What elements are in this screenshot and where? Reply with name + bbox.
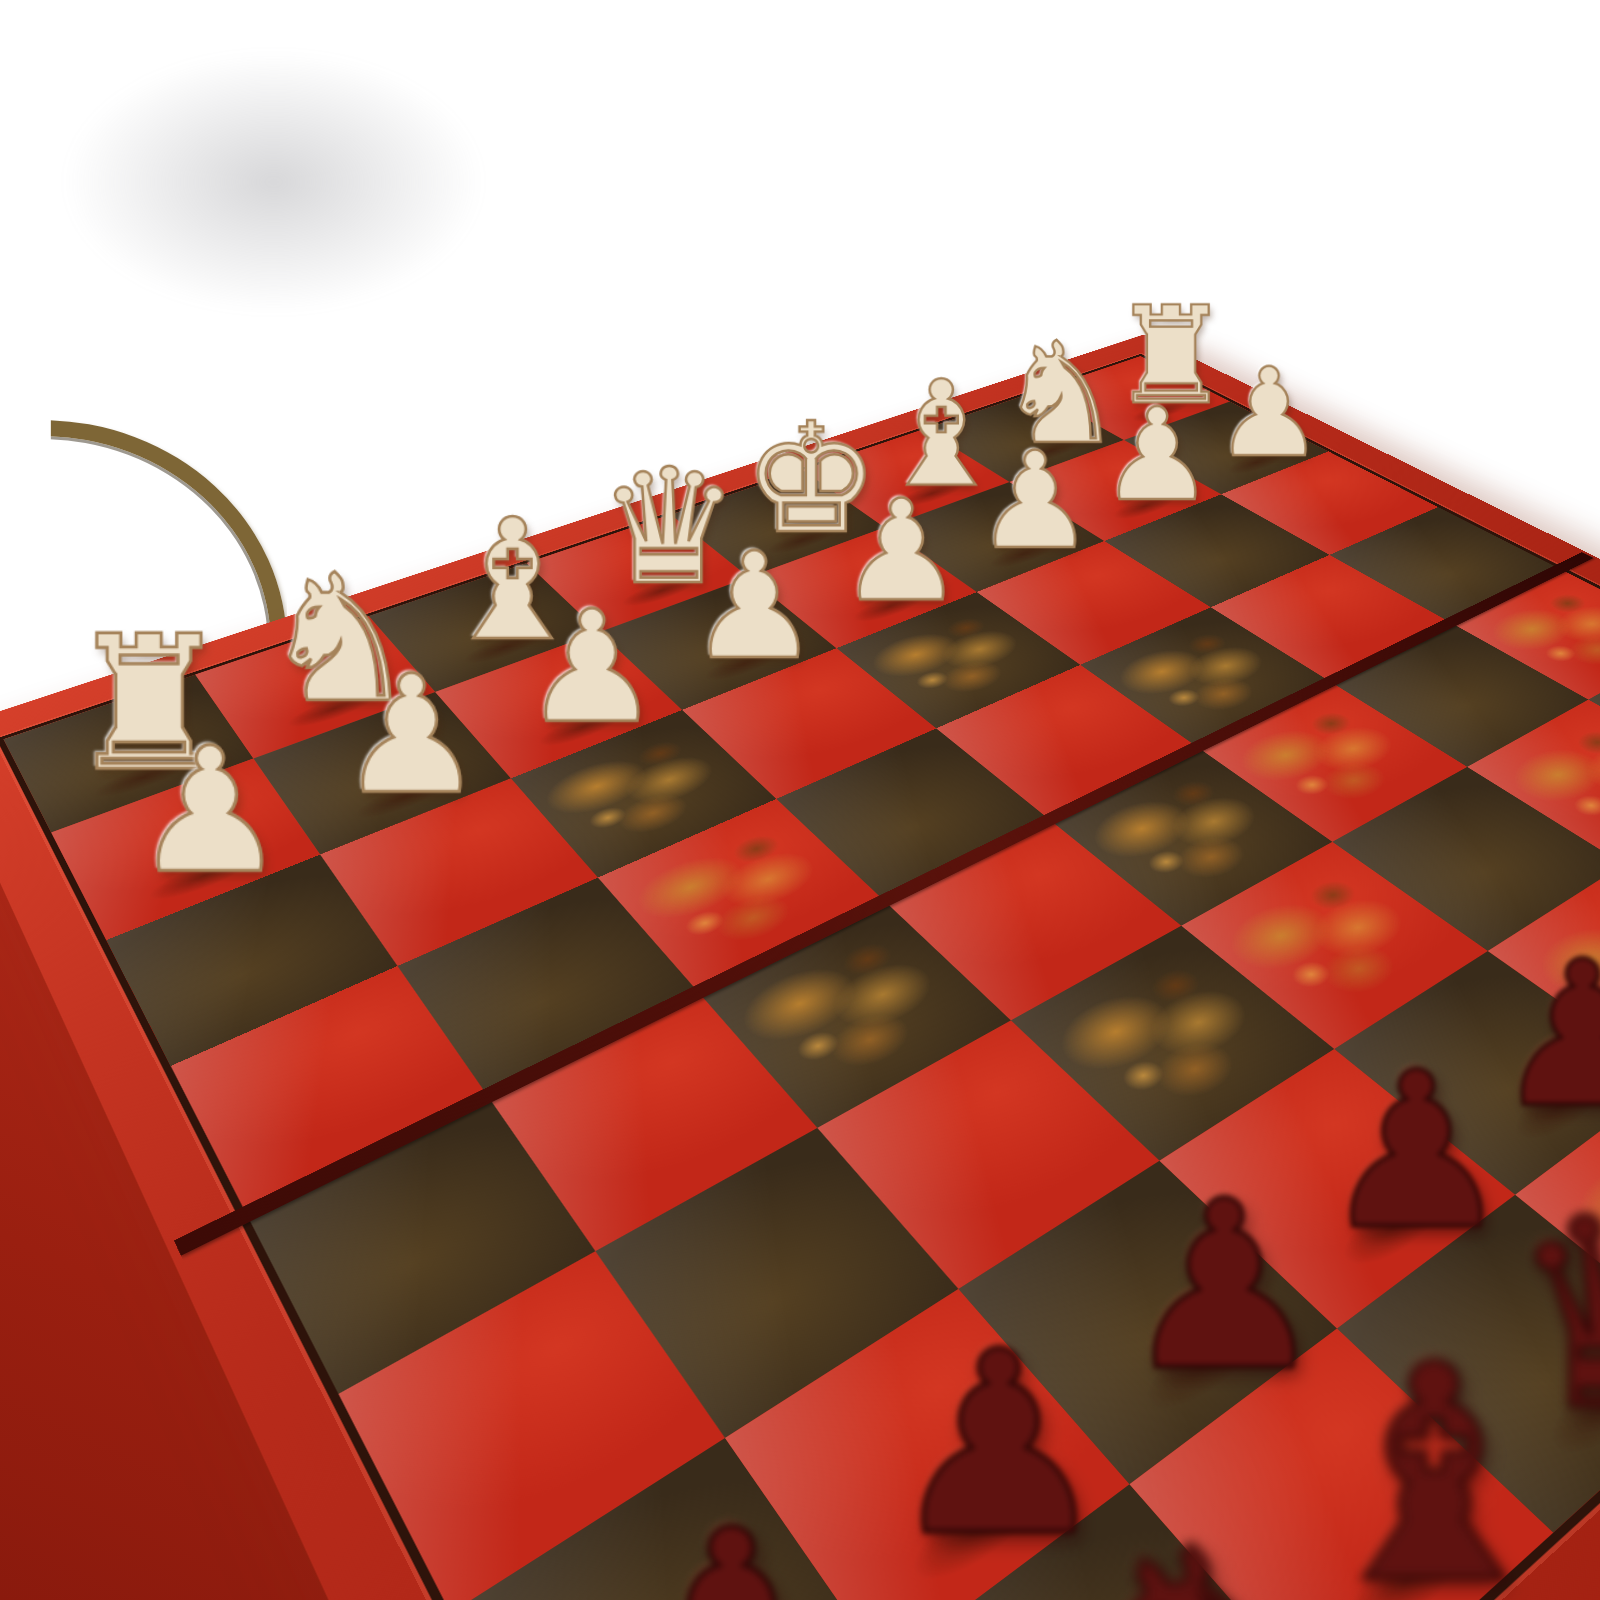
square-d5[interactable]: [885, 820, 1181, 1020]
background-shadow: [30, 20, 610, 380]
red-knight[interactable]: ♞: [983, 1507, 1421, 1600]
product-photo-scene: ♜♞♝♛♚♝♞♜♟♟♟♟♟♟♟♟♟♟♟♟♟♟♟♟♜♞♝♛♚♝♞♜: [0, 0, 1600, 1600]
white-pawn[interactable]: ♟: [76, 725, 343, 897]
red-pawn[interactable]: ♟: [518, 1495, 945, 1600]
